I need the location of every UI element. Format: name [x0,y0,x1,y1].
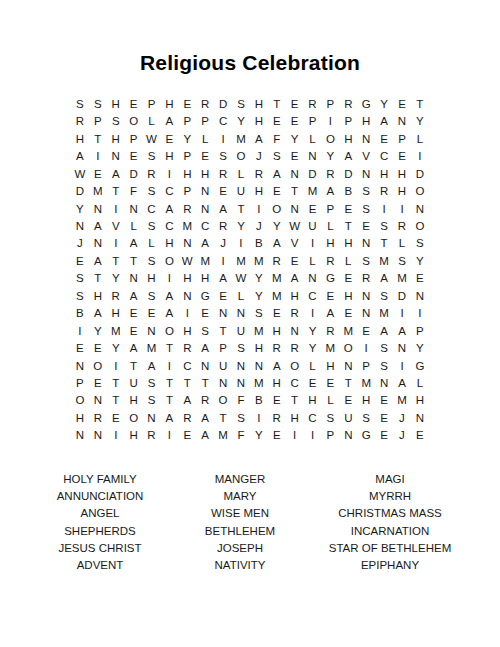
grid-cell-r7c20: N [416,204,424,216]
grid-cell-r9c20: S [416,238,424,250]
grid-cell-r5c4: D [129,169,137,181]
grid-cell-r16c19: I [400,361,403,373]
grid-cell-r7c1: Y [76,204,84,216]
grid-cell-r20c7: E [183,430,191,442]
grid-cell-r17c16: T [345,378,352,390]
grid-cell-r9c13: V [291,238,299,250]
word-list-item: INCARNATION [305,523,475,540]
grid-cell-r9c5: L [148,238,154,250]
grid-cell-r18c3: T [112,395,119,407]
grid-cell-r19c4: O [129,413,138,425]
grid-cell-r19c1: H [76,413,84,425]
grid-cell-r2c3: S [112,116,120,128]
grid-cell-r14c1: I [78,326,81,338]
grid-cell-r11c10: W [236,273,247,285]
grid-cell-r12c9: E [219,291,227,303]
grid-cell-r19c5: N [147,413,155,425]
grid-cell-r20c18: E [380,430,388,442]
letter-grid: SSHEPHERDSHTERPRGYETRPSOLAPPCYHEEPIPHANY… [71,96,429,445]
grid-cell-r15c2: E [94,343,102,355]
grid-cell-r12c16: H [344,291,352,303]
grid-cell-r1c7: E [183,99,191,111]
grid-cell-r5c9: R [219,169,227,181]
grid-cell-r17c10: N [237,378,245,390]
grid-cell-r9c12: A [273,238,281,250]
grid-cell-r19c13: H [290,413,298,425]
grid-cell-r1c9: D [219,99,227,111]
grid-cell-r16c9: U [219,361,227,373]
grid-cell-r5c3: A [112,169,120,181]
grid-cell-r19c2: R [94,413,102,425]
grid-cell-r19c14: C [308,413,316,425]
grid-cell-r6c12: E [273,186,281,198]
grid-cell-r9c8: A [201,238,209,250]
grid-cell-r16c12: A [273,361,281,373]
grid-cell-r18c9: O [219,395,228,407]
grid-cell-r9c1: J [77,238,83,250]
grid-cell-r15c6: T [166,343,173,355]
grid-cell-r6c7: P [183,186,191,198]
grid-cell-r10c19: S [398,256,406,268]
grid-cell-r5c8: H [201,169,209,181]
grid-cell-r4c2: I [96,151,99,163]
grid-cell-r4c6: H [165,151,173,163]
grid-cell-r8c15: L [327,221,333,233]
grid-cell-r5c1: W [75,169,86,181]
grid-cell-r12c8: G [201,291,210,303]
grid-cell-r9c6: H [165,238,173,250]
grid-cell-r17c13: C [290,378,298,390]
grid-cell-r15c11: H [255,343,263,355]
grid-cell-r12c1: S [76,291,84,303]
grid-cell-r13c9: N [219,308,227,320]
grid-cell-r3c1: H [76,134,84,146]
grid-cell-r2c7: P [183,116,191,128]
grid-cell-r4c1: A [76,151,84,163]
grid-cell-r7c10: T [237,204,244,216]
grid-cell-r1c16: R [344,99,352,111]
grid-cell-r14c14: Y [309,326,317,338]
grid-cell-r19c15: S [327,413,335,425]
grid-cell-r11c9: A [219,273,227,285]
grid-cell-r7c3: I [114,204,117,216]
grid-cell-r6c1: D [76,186,84,198]
grid-cell-r19c10: S [237,413,245,425]
grid-cell-r18c5: S [148,395,156,407]
grid-cell-r14c6: O [165,326,174,338]
grid-cell-r2c11: H [255,116,263,128]
grid-cell-r20c9: M [218,430,228,442]
grid-cell-r8c19: R [398,221,406,233]
grid-cell-r9c17: N [362,238,370,250]
grid-cell-r16c15: H [326,361,334,373]
grid-cell-r1c8: R [201,99,209,111]
grid-cell-r3c14: L [309,134,315,146]
word-list-item: CHRISTMAS MASS [305,505,475,522]
grid-cell-r6c6: C [165,186,173,198]
grid-cell-r20c5: R [147,430,155,442]
grid-cell-r15c12: R [273,343,281,355]
grid-cell-r10c3: T [112,256,119,268]
grid-cell-r18c7: A [183,395,191,407]
grid-cell-r17c9: N [219,378,227,390]
grid-cell-r12c7: N [183,291,191,303]
grid-cell-r16c14: L [309,361,315,373]
grid-cell-r12c20: N [416,291,424,303]
grid-cell-r7c6: A [166,204,174,216]
grid-cell-r20c10: F [237,430,244,442]
grid-cell-r18c18: E [380,395,388,407]
grid-cell-r13c6: A [166,308,174,320]
grid-cell-r1c14: R [308,99,316,111]
grid-cell-r11c8: H [201,273,209,285]
grid-cell-r18c10: F [237,395,244,407]
grid-cell-r13c5: E [148,308,156,320]
grid-cell-r11c12: M [272,273,282,285]
grid-cell-r11c11: Y [255,273,263,285]
grid-cell-r6c20: O [415,186,424,198]
grid-cell-r8c3: V [112,221,120,233]
grid-cell-r10c6: O [165,256,174,268]
word-list-item: STAR OF BETHLEHEM [305,540,475,557]
grid-cell-r4c7: P [183,151,191,163]
grid-cell-r15c7: R [183,343,191,355]
grid-cell-r2c16: P [344,116,352,128]
grid-cell-r6c10: U [237,186,245,198]
grid-cell-r10c5: S [148,256,156,268]
grid-cell-r5c6: I [168,169,171,181]
grid-cell-r9c18: T [381,238,388,250]
grid-cell-r11c17: R [362,273,370,285]
grid-cell-r4c12: S [273,151,281,163]
grid-cell-r7c13: N [290,204,298,216]
grid-cell-r9c3: I [114,238,117,250]
grid-cell-r3c18: E [380,134,388,146]
grid-cell-r8c2: A [94,221,102,233]
grid-cell-r3c11: A [255,134,263,146]
grid-cell-r2c20: Y [416,116,424,128]
grid-cell-r5c19: H [398,169,406,181]
grid-cell-r19c17: S [362,413,370,425]
grid-cell-r11c4: N [129,273,137,285]
grid-cell-r2c6: A [166,116,174,128]
grid-cell-r11c6: I [168,273,171,285]
grid-cell-r9c10: I [239,238,242,250]
grid-cell-r6c8: N [201,186,209,198]
grid-cell-r18c11: B [255,395,263,407]
grid-cell-r13c18: M [379,308,389,320]
grid-cell-r3c20: L [417,134,423,146]
grid-cell-r7c4: N [129,204,137,216]
grid-cell-r13c20: I [418,308,421,320]
grid-cell-r1c19: E [398,99,406,111]
grid-cell-r4c17: V [362,151,370,163]
grid-cell-r18c19: M [397,395,407,407]
grid-cell-r4c19: E [398,151,406,163]
grid-cell-r5c10: L [238,169,244,181]
grid-cell-r6c11: H [255,186,263,198]
grid-cell-r10c15: R [326,256,334,268]
grid-cell-r6c18: R [380,186,388,198]
grid-cell-r19c11: I [257,413,260,425]
grid-cell-r9c11: B [255,238,263,250]
grid-cell-r17c14: E [309,378,317,390]
grid-cell-r14c9: T [220,326,227,338]
grid-cell-r6c4: F [130,186,137,198]
grid-cell-r14c17: E [362,326,370,338]
grid-cell-r6c9: E [219,186,227,198]
grid-cell-r15c5: M [147,343,157,355]
grid-cell-r1c10: S [237,99,245,111]
grid-cell-r15c16: O [344,343,353,355]
grid-cell-r14c11: M [254,326,264,338]
grid-cell-r10c2: A [94,256,102,268]
grid-cell-r3c12: F [273,134,280,146]
grid-cell-r20c4: H [129,430,137,442]
grid-cell-r2c2: P [94,116,102,128]
grid-cell-r12c18: S [380,291,388,303]
grid-cell-r11c19: M [397,273,407,285]
word-list-column-2: MANGERMARYWISE MENBETHLEHEMJOSEPHNATIVIT… [175,471,305,575]
grid-cell-r13c7: I [186,308,189,320]
grid-cell-r7c12: O [272,204,281,216]
grid-cell-r3c13: Y [291,134,299,146]
grid-cell-r13c8: E [201,308,209,320]
grid-cell-r10c14: L [309,256,315,268]
grid-cell-r7c16: E [344,204,352,216]
grid-cell-r7c9: A [219,204,227,216]
grid-cell-r18c20: H [416,395,424,407]
grid-cell-r11c7: H [183,273,191,285]
grid-cell-r13c19: I [400,308,403,320]
grid-cell-r4c5: S [148,151,156,163]
word-list-item: JESUS CHRIST [25,540,175,557]
grid-cell-r4c3: N [112,151,120,163]
grid-cell-r18c4: H [129,395,137,407]
grid-cell-r3c8: L [202,134,208,146]
grid-cell-r4c13: E [291,151,299,163]
grid-cell-r16c16: N [344,361,352,373]
grid-cell-r8c18: S [380,221,388,233]
word-list-item: MYRRH [305,488,475,505]
grid-cell-r2c8: P [201,116,209,128]
grid-cell-r11c5: H [147,273,155,285]
grid-cell-r10c18: M [379,256,389,268]
grid-cell-r2c10: Y [237,116,245,128]
grid-cell-r12c2: H [94,291,102,303]
grid-cell-r16c3: I [114,361,117,373]
grid-cell-r17c2: E [94,378,102,390]
grid-cell-r8c20: O [415,221,424,233]
grid-cell-r16c1: N [76,361,84,373]
grid-cell-r1c5: P [148,99,156,111]
grid-cell-r5c16: D [344,169,352,181]
grid-cell-r20c3: I [114,430,117,442]
grid-cell-r6c17: S [362,186,370,198]
grid-cell-r11c2: T [94,273,101,285]
word-list-item: HOLY FAMILY [25,471,175,488]
grid-cell-r10c12: R [273,256,281,268]
grid-cell-r5c18: H [380,169,388,181]
grid-cell-r15c17: I [365,343,368,355]
grid-cell-r14c3: M [111,326,121,338]
grid-cell-r10c20: Y [416,256,424,268]
grid-cell-r8c13: W [289,221,300,233]
grid-cell-r16c5: A [148,361,156,373]
grid-cell-r19c9: T [220,413,227,425]
grid-cell-r10c9: I [221,256,224,268]
grid-cell-r18c8: R [201,395,209,407]
grid-cell-r14c10: U [237,326,245,338]
grid-cell-r13c4: E [130,308,138,320]
word-list: HOLY FAMILYANNUNCIATIONANGELSHEPHERDSJES… [25,471,475,575]
grid-cell-r8c10: Y [237,221,245,233]
grid-cell-r14c19: A [398,326,406,338]
grid-cell-r17c17: M [361,378,371,390]
grid-cell-r1c3: H [112,99,120,111]
grid-cell-r13c10: N [237,308,245,320]
grid-cell-r12c15: E [327,291,335,303]
grid-cell-r20c11: Y [255,430,263,442]
grid-cell-r1c1: S [76,99,84,111]
grid-cell-r6c3: T [112,186,119,198]
grid-cell-r12c17: N [362,291,370,303]
grid-cell-r8c17: E [362,221,370,233]
grid-cell-r10c17: S [362,256,370,268]
grid-cell-r3c16: H [344,134,352,146]
grid-cell-r14c5: N [147,326,155,338]
grid-cell-r10c10: M [236,256,246,268]
grid-cell-r10c13: E [291,256,299,268]
grid-cell-r14c16: M [344,326,354,338]
grid-cell-r5c15: R [326,169,334,181]
word-list-item: MARY [175,488,305,505]
grid-cell-r9c9: J [220,238,226,250]
grid-cell-r4c8: E [201,151,209,163]
grid-cell-r14c13: N [290,326,298,338]
grid-cell-r7c18: I [382,204,385,216]
grid-cell-r17c4: U [129,378,137,390]
grid-cell-r18c15: L [327,395,333,407]
grid-cell-r8c9: R [219,221,227,233]
grid-cell-r13c13: R [290,308,298,320]
grid-cell-r15c19: N [398,343,406,355]
grid-cell-r11c14: N [308,273,316,285]
grid-cell-r14c18: A [380,326,388,338]
grid-cell-r20c15: P [327,430,335,442]
word-list-item: EPIPHANY [305,557,475,574]
grid-cell-r4c16: A [344,151,352,163]
grid-cell-r3c3: H [112,134,120,146]
word-list-item: JOSEPH [175,540,305,557]
grid-cell-r6c2: M [93,186,103,198]
grid-cell-r8c11: J [256,221,262,233]
grid-cell-r1c17: G [362,99,371,111]
grid-cell-r7c14: E [309,204,317,216]
grid-cell-r11c18: A [380,273,388,285]
grid-cell-r8c8: C [201,221,209,233]
grid-cell-r19c18: E [380,413,388,425]
grid-cell-r3c9: I [221,134,224,146]
grid-cell-r20c12: E [273,430,281,442]
grid-cell-r4c14: N [308,151,316,163]
grid-cell-r8c6: C [165,221,173,233]
grid-cell-r16c10: N [237,361,245,373]
grid-cell-r1c18: Y [380,99,388,111]
grid-cell-r14c4: E [130,326,138,338]
word-search-page: Religious Celebration SSHEPHERDSHTERPRGY… [0,0,500,647]
grid-cell-r20c19: J [399,430,405,442]
grid-cell-r19c16: U [344,413,352,425]
grid-cell-r13c12: E [273,308,281,320]
grid-cell-r7c11: I [257,204,260,216]
grid-cell-r8c1: N [76,221,84,233]
grid-cell-r12c10: L [238,291,244,303]
grid-cell-r12c12: M [272,291,282,303]
grid-cell-r19c19: J [399,413,405,425]
grid-cell-r18c12: E [273,395,281,407]
grid-cell-r20c16: N [344,430,352,442]
grid-cell-r15c1: E [76,343,84,355]
grid-cell-r18c17: H [362,395,370,407]
grid-cell-r2c9: C [219,116,227,128]
grid-cell-r16c7: C [183,361,191,373]
grid-cell-r2c17: H [362,116,370,128]
grid-cell-r11c15: G [326,273,335,285]
word-list-item: MANGER [175,471,305,488]
grid-cell-r3c6: E [166,134,174,146]
grid-cell-r12c13: H [290,291,298,303]
grid-cell-r17c3: T [112,378,119,390]
grid-cell-r13c15: A [327,308,335,320]
grid-cell-r16c20: G [415,361,424,373]
grid-cell-r5c13: N [290,169,298,181]
word-list-column-3: MAGIMYRRHCHRISTMAS MASSINCARNATIONSTAR O… [305,471,475,575]
grid-cell-r19c3: E [112,413,120,425]
grid-cell-r19c12: R [273,413,281,425]
grid-cell-r14c8: S [201,326,209,338]
grid-cell-r16c2: O [93,361,102,373]
grid-cell-r4c11: J [256,151,262,163]
grid-cell-r1c4: E [130,99,138,111]
grid-cell-r12c11: Y [255,291,263,303]
grid-cell-r8c7: M [182,221,192,233]
grid-cell-r16c11: N [255,361,263,373]
grid-cell-r14c20: P [416,326,424,338]
grid-cell-r16c4: T [130,361,137,373]
grid-cell-r1c12: T [273,99,280,111]
grid-cell-r18c1: O [75,395,84,407]
word-list-item: SHEPHERDS [25,523,175,540]
grid-cell-r12c5: S [148,291,156,303]
grid-cell-r6c5: S [148,186,156,198]
grid-cell-r20c17: G [362,430,371,442]
grid-cell-r2c15: I [329,116,332,128]
grid-cell-r20c13: I [293,430,296,442]
grid-cell-r13c16: E [344,308,352,320]
word-list-item: WISE MEN [175,505,305,522]
grid-cell-r20c2: N [94,430,102,442]
grid-cell-r8c16: T [345,221,352,233]
grid-cell-r2c14: P [309,116,317,128]
grid-cell-r17c18: N [380,378,388,390]
grid-cell-r10c16: L [345,256,351,268]
grid-cell-r10c1: E [76,256,84,268]
grid-cell-r4c18: C [380,151,388,163]
grid-cell-r12c6: A [166,291,174,303]
grid-cell-r12c4: A [130,291,138,303]
grid-cell-r10c11: M [254,256,264,268]
